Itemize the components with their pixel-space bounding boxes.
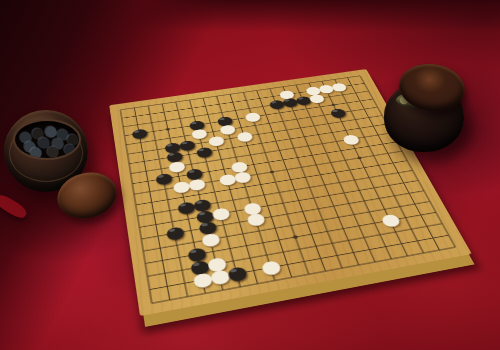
bowl-stone-black: ● bbox=[46, 144, 60, 158]
red-velvet-backdrop: ●●●●●●●●●●●●●●●●●●●●●●●●●●●●●●●●●●●●●●●●… bbox=[0, 0, 500, 350]
bowl-stone-black: ● bbox=[66, 132, 80, 146]
bowl-stone-black: ● bbox=[23, 139, 37, 153]
bowl-stone-black: ● bbox=[56, 127, 70, 141]
black-stone-bowl-opening: ●●●●●●●●●●● bbox=[13, 119, 81, 160]
velvet-fold bbox=[0, 192, 29, 221]
bowl-stone-black: ● bbox=[29, 145, 43, 159]
bowl-stone-black: ● bbox=[19, 130, 33, 144]
bowl-stone-black: ● bbox=[44, 124, 58, 138]
bowl-stone-black: ● bbox=[51, 136, 65, 150]
bowl-stone-black: ● bbox=[31, 126, 45, 140]
bowl-stone-black: ● bbox=[37, 135, 51, 149]
